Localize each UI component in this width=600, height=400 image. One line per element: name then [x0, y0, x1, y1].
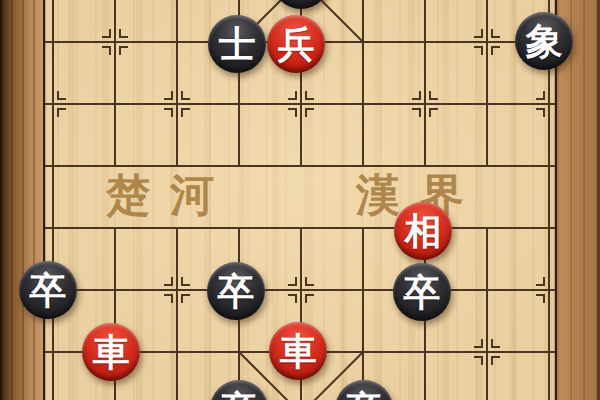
- point-marker: [182, 277, 190, 285]
- point-marker: [412, 91, 420, 99]
- point-marker: [120, 47, 128, 55]
- piece-red-elephant[interactable]: 相: [394, 202, 452, 260]
- point-marker: [430, 91, 438, 99]
- point-marker: [536, 109, 544, 117]
- point-marker: [182, 109, 190, 117]
- point-marker: [58, 91, 66, 99]
- point-marker: [474, 357, 482, 365]
- point-marker: [164, 91, 172, 99]
- point-marker: [536, 91, 544, 99]
- piece-black-advisor[interactable]: 士: [208, 15, 266, 73]
- piece-glyph: 車: [93, 334, 130, 371]
- point-marker: [492, 357, 500, 365]
- point-marker: [182, 91, 190, 99]
- piece-glyph: 車: [280, 333, 317, 370]
- piece-black-soldier-2[interactable]: 卒: [207, 262, 265, 320]
- point-marker: [306, 109, 314, 117]
- point-marker: [102, 47, 110, 55]
- point-marker: [306, 91, 314, 99]
- point-marker: [182, 295, 190, 303]
- point-marker: [492, 47, 500, 55]
- piece-glyph: 象: [526, 23, 563, 60]
- point-marker: [288, 295, 296, 303]
- point-marker: [164, 277, 172, 285]
- piece-glyph: 卒: [30, 272, 67, 309]
- piece-glyph: 卒: [346, 391, 383, 400]
- point-marker: [492, 29, 500, 37]
- piece-glyph: 卒: [404, 274, 441, 311]
- point-marker: [120, 29, 128, 37]
- point-marker: [536, 295, 544, 303]
- piece-glyph: 卒: [221, 391, 258, 400]
- piece-glyph: 士: [219, 26, 256, 63]
- piece-red-chariot-2[interactable]: 車: [269, 322, 327, 380]
- point-marker: [306, 295, 314, 303]
- point-marker: [412, 109, 420, 117]
- point-marker: [164, 109, 172, 117]
- xiangqi-app: 楚河 漢界 將士兵象相卒卒卒車車卒卒: [0, 0, 600, 400]
- point-marker: [474, 47, 482, 55]
- point-marker: [58, 109, 66, 117]
- point-marker: [288, 91, 296, 99]
- piece-red-chariot-1[interactable]: 車: [82, 323, 140, 381]
- point-marker: [164, 295, 172, 303]
- piece-glyph: 卒: [218, 273, 255, 310]
- piece-black-elephant[interactable]: 象: [515, 12, 573, 70]
- river-label-left: 楚河: [100, 170, 240, 222]
- point-marker: [474, 339, 482, 347]
- piece-red-soldier[interactable]: 兵: [267, 15, 325, 73]
- point-marker: [288, 109, 296, 117]
- piece-black-soldier-1[interactable]: 卒: [19, 261, 77, 319]
- point-marker: [536, 277, 544, 285]
- point-marker: [430, 109, 438, 117]
- piece-black-soldier-3[interactable]: 卒: [393, 263, 451, 321]
- piece-glyph: 相: [405, 213, 442, 250]
- board-frame-left: [0, 0, 43, 400]
- piece-glyph: 兵: [278, 26, 315, 63]
- point-marker: [102, 29, 110, 37]
- point-marker: [306, 277, 314, 285]
- point-marker: [288, 277, 296, 285]
- point-marker: [492, 339, 500, 347]
- point-marker: [474, 29, 482, 37]
